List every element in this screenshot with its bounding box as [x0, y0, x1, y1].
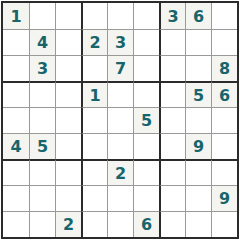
cell-r9c5[interactable]: [107, 211, 133, 237]
cell-r9c2[interactable]: [29, 211, 55, 237]
cell-r6c8: 9: [185, 133, 211, 159]
cell-r9c3: 2: [55, 211, 81, 237]
cell-r5c5[interactable]: [107, 107, 133, 133]
cell-r8c7[interactable]: [159, 185, 185, 211]
cell-r1c7: 3: [159, 3, 185, 29]
cell-r6c6[interactable]: [133, 133, 159, 159]
cell-r6c7[interactable]: [159, 133, 185, 159]
cell-r2c2: 4: [29, 29, 55, 55]
cell-r5c3[interactable]: [55, 107, 81, 133]
cell-r6c9[interactable]: [211, 133, 237, 159]
cell-r4c8: 5: [185, 81, 211, 107]
cell-r3c9: 8: [211, 55, 237, 81]
cell-r5c4[interactable]: [81, 107, 107, 133]
cell-r8c8[interactable]: [185, 185, 211, 211]
cell-r1c2[interactable]: [29, 3, 55, 29]
cell-r7c9[interactable]: [211, 159, 237, 185]
cell-r3c3[interactable]: [55, 55, 81, 81]
cell-r3c1[interactable]: [3, 55, 29, 81]
cell-r8c3[interactable]: [55, 185, 81, 211]
cell-r5c8[interactable]: [185, 107, 211, 133]
cell-r9c7[interactable]: [159, 211, 185, 237]
cell-r8c9: 9: [211, 185, 237, 211]
sudoku-board: 13642337815654592926: [1, 1, 239, 239]
cell-r7c7[interactable]: [159, 159, 185, 185]
cell-r9c6: 6: [133, 211, 159, 237]
cell-r6c5[interactable]: [107, 133, 133, 159]
cell-r5c7[interactable]: [159, 107, 185, 133]
cell-r7c8[interactable]: [185, 159, 211, 185]
cell-r3c6[interactable]: [133, 55, 159, 81]
cell-r1c1: 1: [3, 3, 29, 29]
cell-r1c9[interactable]: [211, 3, 237, 29]
cell-r1c8: 6: [185, 3, 211, 29]
cell-r1c6[interactable]: [133, 3, 159, 29]
cell-r8c5[interactable]: [107, 185, 133, 211]
cell-r3c4[interactable]: [81, 55, 107, 81]
cell-r7c2[interactable]: [29, 159, 55, 185]
cell-r2c6[interactable]: [133, 29, 159, 55]
cell-r2c7[interactable]: [159, 29, 185, 55]
cell-r8c4[interactable]: [81, 185, 107, 211]
cell-r6c1: 4: [3, 133, 29, 159]
cell-r7c3[interactable]: [55, 159, 81, 185]
cell-r1c3[interactable]: [55, 3, 81, 29]
cell-r5c9[interactable]: [211, 107, 237, 133]
cell-r4c6[interactable]: [133, 81, 159, 107]
cell-r2c4: 2: [81, 29, 107, 55]
cell-r3c5: 7: [107, 55, 133, 81]
cell-r4c7[interactable]: [159, 81, 185, 107]
cell-r5c6: 5: [133, 107, 159, 133]
cell-r9c8[interactable]: [185, 211, 211, 237]
cell-r9c1[interactable]: [3, 211, 29, 237]
cell-r2c3[interactable]: [55, 29, 81, 55]
cell-r8c6[interactable]: [133, 185, 159, 211]
cell-r2c8[interactable]: [185, 29, 211, 55]
cell-r6c3[interactable]: [55, 133, 81, 159]
cell-r3c7[interactable]: [159, 55, 185, 81]
cell-r8c1[interactable]: [3, 185, 29, 211]
cell-r4c3[interactable]: [55, 81, 81, 107]
cell-r7c5: 2: [107, 159, 133, 185]
cell-r9c9[interactable]: [211, 211, 237, 237]
cell-r2c9[interactable]: [211, 29, 237, 55]
cell-r7c6[interactable]: [133, 159, 159, 185]
cell-r4c1[interactable]: [3, 81, 29, 107]
cell-r7c1[interactable]: [3, 159, 29, 185]
cell-r3c8[interactable]: [185, 55, 211, 81]
cell-r2c5: 3: [107, 29, 133, 55]
cell-r4c5[interactable]: [107, 81, 133, 107]
cell-r1c5[interactable]: [107, 3, 133, 29]
cell-r4c9: 6: [211, 81, 237, 107]
cell-r5c2[interactable]: [29, 107, 55, 133]
cell-r4c2[interactable]: [29, 81, 55, 107]
cell-r9c4[interactable]: [81, 211, 107, 237]
cell-r6c4[interactable]: [81, 133, 107, 159]
cell-r5c1[interactable]: [3, 107, 29, 133]
cell-r8c2[interactable]: [29, 185, 55, 211]
cell-r3c2: 3: [29, 55, 55, 81]
cell-r2c1[interactable]: [3, 29, 29, 55]
cell-r4c4: 1: [81, 81, 107, 107]
cell-r1c4[interactable]: [81, 3, 107, 29]
cell-r7c4[interactable]: [81, 159, 107, 185]
cell-r6c2: 5: [29, 133, 55, 159]
